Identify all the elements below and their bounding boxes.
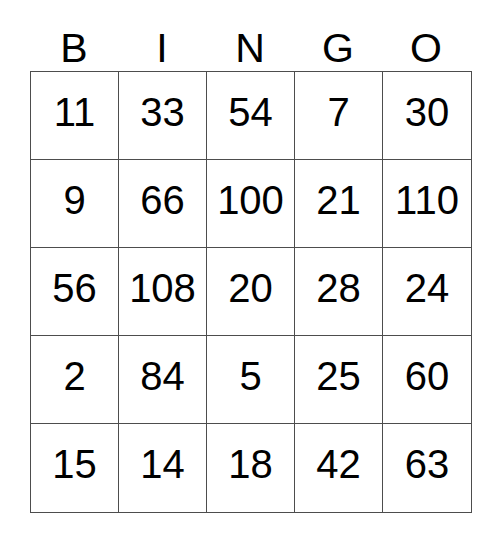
bingo-cell-r4c1[interactable]: 2 xyxy=(31,336,119,424)
bingo-cell-r5c4[interactable]: 42 xyxy=(295,424,383,512)
bingo-cell-r3c1[interactable]: 56 xyxy=(31,248,119,336)
bingo-cell-r3c2[interactable]: 108 xyxy=(119,248,207,336)
bingo-header: B I N G O xyxy=(30,0,470,71)
column-letter-b: B xyxy=(30,0,118,71)
bingo-cell-r5c1[interactable]: 15 xyxy=(31,424,119,512)
bingo-cell-r5c3[interactable]: 18 xyxy=(207,424,295,512)
bingo-cell-r2c5[interactable]: 110 xyxy=(383,160,471,248)
bingo-cell-r4c3[interactable]: 5 xyxy=(207,336,295,424)
bingo-cell-r3c4[interactable]: 28 xyxy=(295,248,383,336)
bingo-cell-r3c5[interactable]: 24 xyxy=(383,248,471,336)
bingo-cell-r2c2[interactable]: 66 xyxy=(119,160,207,248)
bingo-cell-r5c5[interactable]: 63 xyxy=(383,424,471,512)
bingo-cell-r2c3[interactable]: 100 xyxy=(207,160,295,248)
bingo-cell-r4c2[interactable]: 84 xyxy=(119,336,207,424)
bingo-cell-r1c4[interactable]: 7 xyxy=(295,72,383,160)
bingo-cell-r5c2[interactable]: 14 xyxy=(119,424,207,512)
column-letter-g: G xyxy=(294,0,382,71)
column-letter-n: N xyxy=(206,0,294,71)
bingo-cell-r4c5[interactable]: 60 xyxy=(383,336,471,424)
bingo-cell-r1c1[interactable]: 11 xyxy=(31,72,119,160)
bingo-card: B I N G O 11 33 54 7 30 9 66 100 21 110 … xyxy=(30,0,470,513)
bingo-grid: 11 33 54 7 30 9 66 100 21 110 56 108 20 … xyxy=(30,71,472,513)
bingo-cell-r4c4[interactable]: 25 xyxy=(295,336,383,424)
column-letter-i: I xyxy=(118,0,206,71)
bingo-cell-r2c4[interactable]: 21 xyxy=(295,160,383,248)
column-letter-o: O xyxy=(382,0,470,71)
bingo-cell-r3c3[interactable]: 20 xyxy=(207,248,295,336)
bingo-cell-r1c5[interactable]: 30 xyxy=(383,72,471,160)
bingo-cell-r2c1[interactable]: 9 xyxy=(31,160,119,248)
bingo-cell-r1c3[interactable]: 54 xyxy=(207,72,295,160)
bingo-cell-r1c2[interactable]: 33 xyxy=(119,72,207,160)
